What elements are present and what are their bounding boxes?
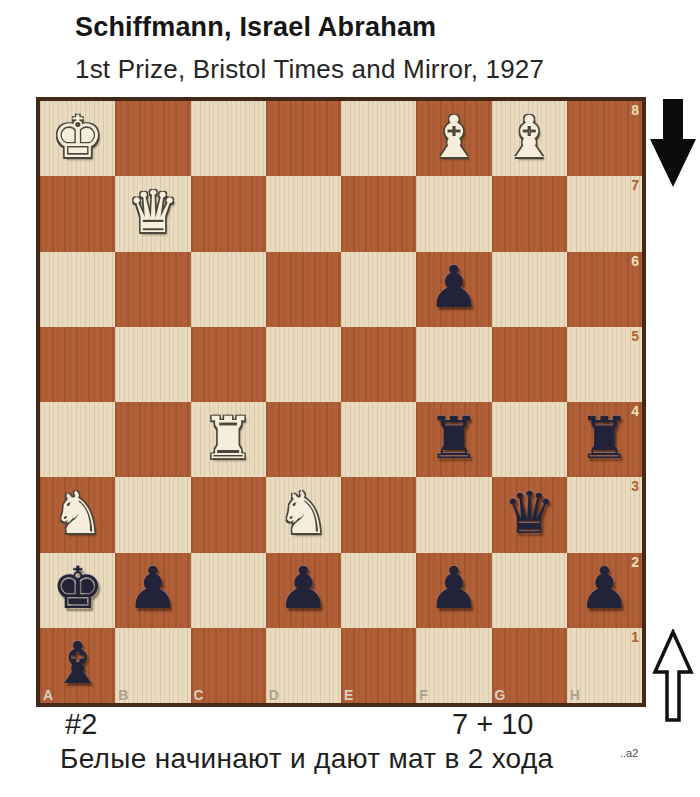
- black-pawn-h2: ♟: [578, 559, 630, 617]
- square-f4[interactable]: ♜: [416, 402, 491, 477]
- square-c8[interactable]: [191, 101, 266, 176]
- square-a8[interactable]: ♚: [40, 101, 115, 176]
- square-h4[interactable]: ♜4: [567, 402, 642, 477]
- square-f6[interactable]: ♟: [416, 252, 491, 327]
- square-b6[interactable]: [115, 252, 190, 327]
- black-down-arrow-icon: [650, 99, 696, 191]
- square-g1[interactable]: G: [492, 628, 567, 703]
- white-bishop-g8: ♝: [503, 108, 555, 166]
- file-label-c: C: [194, 688, 204, 702]
- square-g2[interactable]: [492, 553, 567, 628]
- rank-label-5: 5: [631, 329, 639, 343]
- square-e2[interactable]: [341, 553, 416, 628]
- square-e8[interactable]: [341, 101, 416, 176]
- white-queen-b7: ♛: [127, 183, 179, 241]
- rank-label-8: 8: [631, 103, 639, 117]
- square-c1[interactable]: C: [191, 628, 266, 703]
- chess-board: ♚♝♝8♛7♟65♜♜♜4♞♞♛3♚♟♟♟♟2♝ABCDEFGH1: [36, 97, 646, 707]
- white-king-a8: ♚: [52, 108, 104, 166]
- square-a7[interactable]: [40, 176, 115, 251]
- square-f8[interactable]: ♝: [416, 101, 491, 176]
- square-b1[interactable]: B: [115, 628, 190, 703]
- rank-label-1: 1: [631, 630, 639, 644]
- square-g4[interactable]: [492, 402, 567, 477]
- square-b4[interactable]: [115, 402, 190, 477]
- square-g7[interactable]: [492, 176, 567, 251]
- square-e7[interactable]: [341, 176, 416, 251]
- black-pawn-f6: ♟: [428, 258, 480, 316]
- square-f3[interactable]: [416, 477, 491, 552]
- file-label-f: F: [419, 688, 428, 702]
- square-d7[interactable]: [266, 176, 341, 251]
- square-g8[interactable]: ♝: [492, 101, 567, 176]
- square-d5[interactable]: [266, 327, 341, 402]
- square-f7[interactable]: [416, 176, 491, 251]
- square-b2[interactable]: ♟: [115, 553, 190, 628]
- square-c6[interactable]: [191, 252, 266, 327]
- chess-problem-page: Schiffmann, Israel Abraham 1st Prize, Br…: [0, 0, 700, 797]
- file-label-a: A: [43, 688, 53, 702]
- square-h5[interactable]: 5: [567, 327, 642, 402]
- black-bishop-a1: ♝: [52, 634, 104, 692]
- square-g6[interactable]: [492, 252, 567, 327]
- square-b5[interactable]: [115, 327, 190, 402]
- black-king-a2: ♚: [52, 559, 104, 617]
- square-d6[interactable]: [266, 252, 341, 327]
- black-pawn-b2: ♟: [127, 559, 179, 617]
- file-label-d: D: [269, 688, 279, 702]
- stipulation-label: #2: [65, 708, 97, 741]
- file-label-e: E: [344, 688, 353, 702]
- rank-label-3: 3: [631, 479, 639, 493]
- white-knight-d3: ♞: [277, 484, 329, 542]
- square-a4[interactable]: [40, 402, 115, 477]
- square-c2[interactable]: [191, 553, 266, 628]
- square-e6[interactable]: [341, 252, 416, 327]
- square-h2[interactable]: ♟2: [567, 553, 642, 628]
- square-c3[interactable]: [191, 477, 266, 552]
- square-a5[interactable]: [40, 327, 115, 402]
- square-h7[interactable]: 7: [567, 176, 642, 251]
- black-rook-f4: ♜: [428, 409, 480, 467]
- white-rook-c4: ♜: [202, 409, 254, 467]
- black-rook-h4: ♜: [578, 409, 630, 467]
- square-e1[interactable]: E: [341, 628, 416, 703]
- move-note: ..a2: [620, 747, 638, 759]
- square-f5[interactable]: [416, 327, 491, 402]
- composer-name: Schiffmann, Israel Abraham: [75, 12, 436, 43]
- square-h6[interactable]: 6: [567, 252, 642, 327]
- square-e5[interactable]: [341, 327, 416, 402]
- rank-label-2: 2: [631, 555, 639, 569]
- square-e3[interactable]: [341, 477, 416, 552]
- square-f2[interactable]: ♟: [416, 553, 491, 628]
- rank-label-4: 4: [631, 404, 639, 418]
- square-a6[interactable]: [40, 252, 115, 327]
- rank-label-7: 7: [631, 178, 639, 192]
- square-g3[interactable]: ♛: [492, 477, 567, 552]
- square-b8[interactable]: [115, 101, 190, 176]
- source-line: 1st Prize, Bristol Times and Mirror, 192…: [75, 54, 544, 85]
- square-c5[interactable]: [191, 327, 266, 402]
- square-c4[interactable]: ♜: [191, 402, 266, 477]
- square-a2[interactable]: ♚: [40, 553, 115, 628]
- white-knight-a3: ♞: [52, 484, 104, 542]
- file-label-g: G: [495, 688, 506, 702]
- square-d2[interactable]: ♟: [266, 553, 341, 628]
- caption-russian: Белые начинают и дают мат в 2 хода: [60, 743, 553, 775]
- square-h8[interactable]: 8: [567, 101, 642, 176]
- white-up-arrow-icon: [652, 629, 694, 727]
- square-a3[interactable]: ♞: [40, 477, 115, 552]
- white-bishop-f8: ♝: [428, 108, 480, 166]
- file-label-b: B: [118, 688, 128, 702]
- square-a1[interactable]: ♝A: [40, 628, 115, 703]
- square-e4[interactable]: [341, 402, 416, 477]
- square-c7[interactable]: [191, 176, 266, 251]
- square-b3[interactable]: [115, 477, 190, 552]
- square-d3[interactable]: ♞: [266, 477, 341, 552]
- square-f1[interactable]: F: [416, 628, 491, 703]
- black-pawn-d2: ♟: [277, 559, 329, 617]
- square-d1[interactable]: D: [266, 628, 341, 703]
- square-g5[interactable]: [492, 327, 567, 402]
- black-pawn-f2: ♟: [428, 559, 480, 617]
- square-d4[interactable]: [266, 402, 341, 477]
- square-b7[interactable]: ♛: [115, 176, 190, 251]
- black-queen-g3: ♛: [503, 484, 555, 542]
- rank-label-6: 6: [631, 254, 639, 268]
- material-count-label: 7 + 10: [452, 708, 533, 741]
- square-h1[interactable]: H1: [567, 628, 642, 703]
- file-label-h: H: [570, 688, 580, 702]
- square-h3[interactable]: 3: [567, 477, 642, 552]
- square-d8[interactable]: [266, 101, 341, 176]
